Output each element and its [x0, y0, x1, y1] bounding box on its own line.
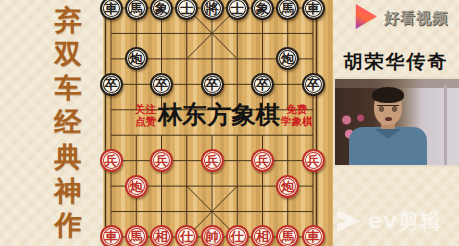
- haokan-play-triangle-icon: [352, 3, 379, 30]
- xiangqi-piece-red: 帥: [201, 225, 224, 246]
- title-char: 神: [55, 177, 82, 204]
- piece-label: 炮: [130, 180, 143, 193]
- haokan-logo-text: 好看视频: [384, 9, 448, 28]
- xiangqi-piece-red: 炮: [276, 175, 299, 198]
- xiangqi-piece-red: 馬: [276, 225, 299, 246]
- xiangqi-piece-red: 相: [251, 225, 274, 246]
- piece-label: 象: [256, 2, 269, 15]
- piece-label: 馬: [281, 230, 294, 243]
- xiangqi-board: 关注 点赞 林东方象棋 免费 学象棋 車馬象士將士象馬車炮炮卒卒卒卒卒兵兵兵兵兵…: [103, 0, 333, 246]
- ev-arrow-icon: [337, 211, 361, 232]
- xiangqi-piece-red: 車: [100, 225, 123, 246]
- xiangqi-piece-black: 將: [201, 0, 224, 20]
- xiangqi-piece-red: 仕: [175, 225, 198, 246]
- piece-label: 車: [307, 2, 320, 15]
- piece-label: 兵: [256, 154, 269, 167]
- xiangqi-piece-black: 卒: [201, 73, 224, 96]
- webcam-door-edge: [444, 85, 447, 167]
- piece-label: 車: [307, 230, 320, 243]
- xiangqi-piece-red: 相: [150, 225, 173, 246]
- xiangqi-piece-red: 仕: [226, 225, 249, 246]
- xiangqi-piece-black: 馬: [125, 0, 148, 20]
- piece-label: 卒: [307, 78, 320, 91]
- piece-label: 卒: [256, 78, 269, 91]
- presenter-glasses: [377, 105, 399, 112]
- xiangqi-piece-red: 車: [302, 225, 325, 246]
- title-char: 经: [55, 108, 82, 135]
- xiangqi-piece-black: 炮: [125, 47, 148, 70]
- piece-label: 炮: [130, 52, 143, 65]
- piece-label: 馬: [281, 2, 294, 15]
- piece-label: 兵: [105, 154, 118, 167]
- xiangqi-piece-red: 兵: [150, 149, 173, 172]
- overlay-channel-name: 林东方象棋: [154, 100, 284, 129]
- piece-label: 兵: [206, 154, 219, 167]
- piece-label: 車: [105, 2, 118, 15]
- xiangqi-piece-black: 象: [251, 0, 274, 20]
- xiangqi-piece-red: 兵: [100, 149, 123, 172]
- overlay-follow-like: 关注 点赞: [135, 104, 156, 127]
- xiangqi-piece-black: 士: [226, 0, 249, 20]
- overlay-free-learn: 免费 学象棋: [281, 104, 313, 127]
- xiangqi-piece-red: 兵: [201, 149, 224, 172]
- piece-label: 炮: [281, 180, 294, 193]
- piece-label: 卒: [206, 78, 219, 91]
- xiangqi-piece-black: 車: [100, 0, 123, 20]
- presenter-hair: [372, 87, 404, 103]
- xiangqi-piece-red: 炮: [125, 175, 148, 198]
- editor-watermark: ev剪辑: [337, 207, 442, 235]
- xiangqi-piece-red: 兵: [251, 149, 274, 172]
- xiangqi-piece-black: 車: [302, 0, 325, 20]
- piece-label: 仕: [180, 230, 193, 243]
- piece-label: 車: [105, 230, 118, 243]
- piece-label: 帥: [206, 230, 219, 243]
- title-char: 典: [55, 143, 82, 170]
- piece-label: 相: [155, 230, 168, 243]
- episode-title-vertical: 弃 双 车 经 典 神 作: [50, 6, 86, 238]
- title-char: 双: [55, 40, 82, 67]
- editor-watermark-text: ev剪辑: [368, 207, 442, 235]
- webcam-wall: [335, 79, 459, 88]
- xiangqi-piece-black: 卒: [150, 73, 173, 96]
- piece-label: 士: [180, 2, 193, 15]
- title-char: 车: [55, 74, 82, 101]
- title-char: 弃: [55, 6, 82, 33]
- piece-label: 馬: [130, 230, 143, 243]
- piece-label: 卒: [105, 78, 118, 91]
- presenter-mouth: [385, 117, 392, 121]
- piece-label: 仕: [231, 230, 244, 243]
- piece-label: 象: [155, 2, 168, 15]
- xiangqi-piece-black: 象: [150, 0, 173, 20]
- piece-label: 卒: [155, 78, 168, 91]
- series-title: 胡荣华传奇: [333, 49, 459, 75]
- piece-label: 兵: [155, 154, 168, 167]
- xiangqi-piece-black: 卒: [100, 73, 123, 96]
- xiangqi-piece-black: 卒: [302, 73, 325, 96]
- piece-label: 相: [256, 230, 269, 243]
- piece-label: 馬: [130, 2, 143, 15]
- xiangqi-piece-red: 兵: [302, 149, 325, 172]
- presenter-webcam-video: [333, 77, 459, 167]
- piece-label: 兵: [307, 154, 320, 167]
- title-char: 作: [55, 211, 82, 238]
- xiangqi-piece-black: 卒: [251, 73, 274, 96]
- xiangqi-piece-red: 馬: [125, 225, 148, 246]
- piece-label: 士: [231, 2, 244, 15]
- piece-label: 將: [206, 2, 219, 15]
- piece-label: 炮: [281, 52, 294, 65]
